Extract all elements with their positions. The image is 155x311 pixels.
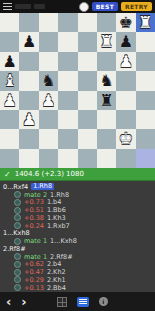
square-a6[interactable]: ♟ (0, 52, 19, 71)
black-knight-c5[interactable]: ♞ (39, 71, 58, 90)
square-d6[interactable] (58, 52, 77, 71)
engine-bullet-icon (14, 199, 21, 206)
alternative-row: +0.132.Bb4 (3, 284, 153, 292)
square-c2[interactable] (39, 129, 58, 148)
chess-board[interactable]: ♚♜♟♜♟♟♟♝♞♞♟♟♜♟♚ (0, 13, 155, 168)
eval-text: mate 1 (24, 237, 47, 245)
white-bishop-a5[interactable]: ♝ (0, 71, 19, 90)
engine-bullet-icon (14, 269, 21, 276)
bottom-toolbar: ‹ › i (0, 292, 155, 311)
square-f4[interactable]: ♜ (97, 91, 116, 110)
square-b1[interactable] (19, 149, 38, 168)
square-g3[interactable] (116, 110, 135, 129)
black-king-g8[interactable]: ♚ (116, 13, 135, 32)
alternative-row: +0.622.b4 (3, 261, 153, 269)
square-g6[interactable]: ♟ (116, 52, 135, 71)
menu-icon[interactable] (3, 3, 12, 10)
next-move-button[interactable]: › (21, 292, 26, 311)
square-f3[interactable] (97, 110, 116, 129)
alternative-row: +0.292.Kh1 (3, 276, 153, 284)
black-pawn-a6[interactable]: ♟ (0, 52, 19, 71)
engine-bullet-icon (14, 253, 21, 260)
square-e1[interactable] (78, 149, 97, 168)
alternative-row: mate 21.Rh8 (3, 191, 153, 199)
prev-move-button[interactable]: ‹ (6, 292, 11, 311)
engine-bullet-icon (14, 284, 21, 291)
square-c7[interactable] (39, 32, 58, 51)
square-g8[interactable]: ♚ (116, 13, 135, 32)
black-pawn-b7[interactable]: ♟ (19, 32, 38, 51)
square-b3[interactable]: ♟ (19, 110, 38, 129)
square-a4[interactable]: ♟ (0, 91, 19, 110)
white-king-g2[interactable]: ♚ (116, 129, 135, 148)
square-f6[interactable] (97, 52, 116, 71)
alternative-row: mate 11...Kxh8 (3, 237, 153, 245)
white-rook-h8[interactable]: ♜ (136, 13, 155, 32)
engine-bullet-icon (14, 238, 21, 245)
rating-text: 1404.6 (+2.3) 1080 (15, 170, 84, 178)
faint-label (15, 4, 31, 9)
current-move-chip[interactable]: 1.Rh8 (31, 183, 54, 190)
square-d8[interactable] (58, 13, 77, 32)
square-b8[interactable] (19, 13, 38, 32)
black-pawn-g7[interactable]: ♟ (116, 32, 135, 51)
square-g1[interactable] (116, 149, 135, 168)
faint-label (34, 4, 45, 9)
square-g7[interactable]: ♟ (116, 32, 135, 51)
alternative-move[interactable]: 2.Bb4 (47, 284, 66, 292)
square-f8[interactable] (97, 13, 116, 32)
mainline-row: 1...Kxh8 (3, 230, 153, 238)
engine-bullet-icon (14, 222, 21, 229)
best-button[interactable]: BEST (92, 2, 118, 11)
square-f7[interactable]: ♜ (97, 32, 116, 51)
alternative-row: +0.511.Bb6 (3, 206, 153, 214)
square-f1[interactable] (97, 149, 116, 168)
engine-bullet-icon (14, 191, 21, 198)
square-h2[interactable] (136, 129, 155, 148)
alternative-row: +0.731.b4 (3, 199, 153, 207)
alternative-row: +0.241.Rxb7 (3, 222, 153, 230)
square-a7[interactable] (0, 32, 19, 51)
alternative-row: +0.472.Kh2 (3, 268, 153, 276)
square-b6[interactable] (19, 52, 38, 71)
square-e6[interactable] (78, 52, 97, 71)
square-c8[interactable] (39, 13, 58, 32)
square-e5[interactable] (78, 71, 97, 90)
alternative-row: +0.381.Kh3 (3, 214, 153, 222)
square-a2[interactable] (0, 129, 19, 148)
square-h8[interactable]: ♜ (136, 13, 155, 32)
top-bar: BEST RETRY (0, 0, 155, 13)
square-c4[interactable]: ♟ (39, 91, 58, 110)
square-e8[interactable] (78, 13, 97, 32)
square-e4[interactable] (78, 91, 97, 110)
square-a5[interactable]: ♝ (0, 71, 19, 90)
square-g5[interactable] (116, 71, 135, 90)
square-h1[interactable] (136, 149, 155, 168)
white-pawn-c4[interactable]: ♟ (39, 91, 58, 110)
square-b2[interactable] (19, 129, 38, 148)
move-text[interactable]: 2.Rf8# (3, 245, 26, 253)
square-c1[interactable] (39, 149, 58, 168)
alternative-move[interactable]: 1.Rxb7 (47, 222, 70, 230)
result-bar: ✓ 1404.6 (+2.3) 1080 (0, 168, 155, 181)
square-h6[interactable] (136, 52, 155, 71)
square-c3[interactable] (39, 110, 58, 129)
engine-bullet-icon (14, 214, 21, 221)
square-d5[interactable] (58, 71, 77, 90)
square-g4[interactable] (116, 91, 135, 110)
white-pawn-g6[interactable]: ♟ (116, 52, 135, 71)
square-a8[interactable] (0, 13, 19, 32)
square-b5[interactable] (19, 71, 38, 90)
white-pawn-a4[interactable]: ♟ (0, 91, 19, 110)
square-c6[interactable] (39, 52, 58, 71)
square-d1[interactable] (58, 149, 77, 168)
info-icon[interactable]: i (99, 297, 108, 306)
square-h7[interactable] (136, 32, 155, 51)
white-to-play-icon (79, 2, 89, 12)
mainline-row: 2.Rf8# (3, 245, 153, 253)
check-icon: ✓ (4, 170, 11, 179)
square-a1[interactable] (0, 149, 19, 168)
move-list-icon[interactable] (77, 297, 89, 307)
alternative-row: mate 12.Rf8# (3, 253, 153, 261)
square-a3[interactable] (0, 110, 19, 129)
engine-bullet-icon (14, 276, 21, 283)
square-h5[interactable] (136, 71, 155, 90)
square-b4[interactable] (19, 91, 38, 110)
square-e7[interactable] (78, 32, 97, 51)
square-h4[interactable] (136, 91, 155, 110)
square-d3[interactable] (58, 110, 77, 129)
square-e2[interactable] (78, 129, 97, 148)
square-h3[interactable] (136, 110, 155, 129)
square-c5[interactable]: ♞ (39, 71, 58, 90)
square-d4[interactable] (58, 91, 77, 110)
engine-bullet-icon (14, 261, 21, 268)
eval-text: +0.13 (24, 284, 44, 292)
square-d2[interactable] (58, 129, 77, 148)
square-f2[interactable] (97, 129, 116, 148)
square-b7[interactable]: ♟ (19, 32, 38, 51)
square-e3[interactable] (78, 110, 97, 129)
analysis-panel: 0...Rxf41.Rh8mate 21.Rh8+0.731.b4+0.511.… (0, 181, 155, 292)
alternative-move[interactable]: 1...Kxh8 (50, 237, 77, 245)
black-rook-f4[interactable]: ♜ (97, 91, 116, 110)
engine-bullet-icon (14, 207, 21, 214)
square-d7[interactable] (58, 32, 77, 51)
square-f5[interactable]: ♞ (97, 71, 116, 90)
mainline-row: 0...Rxf41.Rh8 (3, 183, 153, 191)
board-icon[interactable] (57, 297, 67, 307)
square-g2[interactable]: ♚ (116, 129, 135, 148)
white-pawn-b3[interactable]: ♟ (19, 110, 38, 129)
black-knight-f5[interactable]: ♞ (97, 71, 116, 90)
white-rook-f7[interactable]: ♜ (97, 32, 116, 51)
retry-button[interactable]: RETRY (121, 2, 152, 11)
